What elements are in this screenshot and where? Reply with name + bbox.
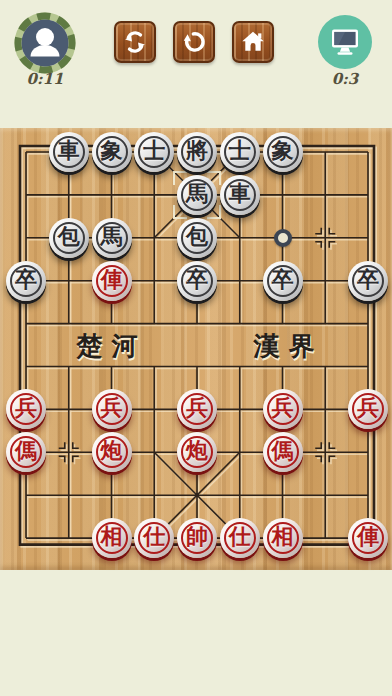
piece-glyph: 傌 (15, 440, 37, 462)
piece-red-soldier[interactable]: 兵 (263, 389, 303, 429)
piece-black-chariot[interactable]: 車 (220, 175, 260, 215)
piece-red-elephant[interactable]: 相 (92, 518, 132, 558)
piece-glyph: 仕 (229, 526, 251, 548)
piece-glyph: 卒 (357, 269, 379, 291)
piece-black-chariot[interactable]: 車 (49, 132, 89, 172)
piece-red-horse[interactable]: 傌 (263, 432, 303, 472)
last-move-origin-marker (274, 229, 292, 247)
piece-black-soldier[interactable]: 卒 (6, 261, 46, 301)
piece-glyph: 傌 (272, 440, 294, 462)
piece-glyph: 包 (58, 226, 80, 248)
river-label-left: 楚河 (52, 329, 162, 364)
piece-glyph: 士 (229, 140, 251, 162)
piece-glyph: 仕 (143, 526, 165, 548)
piece-red-elephant[interactable]: 相 (263, 518, 303, 558)
piece-black-horse[interactable]: 馬 (177, 175, 217, 215)
piece-red-chariot[interactable]: 俥 (348, 518, 388, 558)
piece-glyph: 卒 (15, 269, 37, 291)
piece-glyph: 帥 (186, 526, 208, 548)
player-timer: 0:11 (14, 70, 76, 88)
piece-black-horse[interactable]: 馬 (92, 218, 132, 258)
piece-black-soldier[interactable]: 卒 (177, 261, 217, 301)
piece-black-cannon[interactable]: 包 (49, 218, 89, 258)
piece-glyph: 卒 (272, 269, 294, 291)
piece-glyph: 車 (229, 183, 251, 205)
piece-glyph: 車 (58, 140, 80, 162)
opponent-timer: 0:3 (316, 70, 374, 88)
piece-black-soldier[interactable]: 卒 (263, 261, 303, 301)
river-label-right: 漢界 (229, 329, 339, 364)
piece-glyph: 象 (272, 140, 294, 162)
piece-glyph: 兵 (186, 397, 208, 419)
opponent-computer-badge (318, 15, 372, 69)
piece-glyph: 俥 (357, 526, 379, 548)
piece-glyph: 相 (101, 526, 123, 548)
piece-glyph: 兵 (15, 397, 37, 419)
piece-glyph: 炮 (101, 440, 123, 462)
xiangqi-board[interactable]: 楚河 漢界 車象士將士象馬車包馬包卒俥卒卒卒兵兵兵兵兵傌炮炮傌相仕帥仕相俥 (0, 128, 392, 570)
piece-glyph: 卒 (186, 269, 208, 291)
piece-red-advisor[interactable]: 仕 (220, 518, 260, 558)
piece-black-advisor[interactable]: 士 (220, 132, 260, 172)
computer-monitor-icon (325, 22, 365, 62)
person-avatar-icon (14, 12, 76, 74)
piece-glyph: 象 (101, 140, 123, 162)
piece-glyph: 相 (272, 526, 294, 548)
restart-arrow-icon (180, 28, 208, 56)
piece-glyph: 俥 (101, 269, 123, 291)
home-button[interactable] (232, 21, 274, 63)
player-avatar (14, 12, 76, 74)
restart-button[interactable] (173, 21, 215, 63)
piece-glyph: 兵 (357, 397, 379, 419)
piece-black-cannon[interactable]: 包 (177, 218, 217, 258)
piece-red-cannon[interactable]: 炮 (92, 432, 132, 472)
piece-glyph: 將 (186, 140, 208, 162)
piece-glyph: 兵 (101, 397, 123, 419)
piece-glyph: 兵 (272, 397, 294, 419)
home-icon (239, 28, 267, 56)
piece-black-advisor[interactable]: 士 (134, 132, 174, 172)
piece-black-general[interactable]: 將 (177, 132, 217, 172)
flip-board-button[interactable] (114, 21, 156, 63)
piece-black-elephant[interactable]: 象 (92, 132, 132, 172)
piece-glyph: 馬 (186, 183, 208, 205)
piece-red-general[interactable]: 帥 (177, 518, 217, 558)
piece-glyph: 馬 (101, 226, 123, 248)
piece-black-soldier[interactable]: 卒 (348, 261, 388, 301)
piece-black-elephant[interactable]: 象 (263, 132, 303, 172)
piece-glyph: 士 (143, 140, 165, 162)
piece-red-chariot[interactable]: 俥 (92, 261, 132, 301)
top-bar: 0:11 (0, 0, 392, 128)
xiangqi-app: 0:11 (0, 0, 392, 696)
swap-arrows-icon (121, 28, 149, 56)
piece-glyph: 炮 (186, 440, 208, 462)
piece-red-soldier[interactable]: 兵 (92, 389, 132, 429)
piece-glyph: 包 (186, 226, 208, 248)
